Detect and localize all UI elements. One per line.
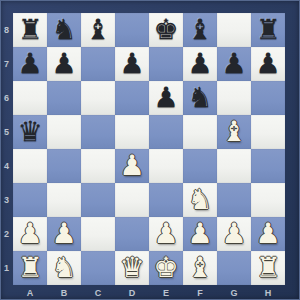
square-h8[interactable]: ♜ [251,13,285,47]
rank-label-8: 8 [0,13,13,47]
piece-white-pawn[interactable]: ♟ [17,217,42,251]
square-d4[interactable]: ♟ [115,149,149,183]
rank-label-7: 7 [0,47,13,81]
square-g8[interactable] [217,13,251,47]
square-c5[interactable] [81,115,115,149]
rank-label-6: 6 [0,81,13,115]
rank-label-4: 4 [0,149,13,183]
square-a5[interactable]: ♛ [13,115,47,149]
square-c1[interactable] [81,251,115,285]
piece-white-rook[interactable]: ♜ [17,251,42,285]
file-label-d: D [115,285,149,300]
rank-label-5: 5 [0,115,13,149]
piece-black-rook[interactable]: ♜ [17,13,42,47]
file-label-h: H [251,285,285,300]
piece-black-knight[interactable]: ♞ [187,81,212,115]
square-f4[interactable] [183,149,217,183]
piece-black-pawn[interactable]: ♟ [153,81,178,115]
square-f2[interactable]: ♟ [183,217,217,251]
piece-white-pawn[interactable]: ♟ [119,149,144,183]
square-h4[interactable] [251,149,285,183]
square-c4[interactable] [81,149,115,183]
piece-white-knight[interactable]: ♞ [187,183,212,217]
square-g5[interactable]: ♝ [217,115,251,149]
rank-label-3: 3 [0,183,13,217]
square-h1[interactable]: ♜ [251,251,285,285]
square-e2[interactable]: ♟ [149,217,183,251]
file-label-e: E [149,285,183,300]
square-c8[interactable]: ♝ [81,13,115,47]
file-label-c: C [81,285,115,300]
piece-black-queen[interactable]: ♛ [17,115,42,149]
piece-black-rook[interactable]: ♜ [255,13,280,47]
square-b8[interactable]: ♞ [47,13,81,47]
square-c7[interactable] [81,47,115,81]
square-f3[interactable]: ♞ [183,183,217,217]
rank-labels: 87654321 [0,13,13,285]
piece-black-king[interactable]: ♚ [153,13,178,47]
piece-white-queen[interactable]: ♛ [119,251,144,285]
square-e8[interactable]: ♚ [149,13,183,47]
square-f5[interactable] [183,115,217,149]
piece-black-pawn[interactable]: ♟ [17,47,42,81]
square-b1[interactable]: ♞ [47,251,81,285]
square-e6[interactable]: ♟ [149,81,183,115]
square-b5[interactable] [47,115,81,149]
piece-black-knight[interactable]: ♞ [51,13,76,47]
square-e1[interactable]: ♚ [149,251,183,285]
square-g4[interactable] [217,149,251,183]
square-a6[interactable] [13,81,47,115]
file-label-g: G [217,285,251,300]
piece-black-pawn[interactable]: ♟ [119,47,144,81]
chess-board[interactable]: ♜♞♝♚♝♜♟♟♟♟♟♟♟♞♛♝♟♞♟♟♟♟♟♟♜♞♛♚♝♜ [13,13,285,285]
square-d2[interactable] [115,217,149,251]
square-g2[interactable]: ♟ [217,217,251,251]
square-f6[interactable]: ♞ [183,81,217,115]
piece-black-pawn[interactable]: ♟ [255,47,280,81]
file-labels: ABCDEFGH [13,285,285,300]
square-h5[interactable] [251,115,285,149]
rank-label-1: 1 [0,251,13,285]
piece-black-pawn[interactable]: ♟ [51,47,76,81]
square-e7[interactable] [149,47,183,81]
piece-white-pawn[interactable]: ♟ [51,217,76,251]
square-b3[interactable] [47,183,81,217]
square-h7[interactable]: ♟ [251,47,285,81]
square-c3[interactable] [81,183,115,217]
piece-black-pawn[interactable]: ♟ [221,47,246,81]
square-d1[interactable]: ♛ [115,251,149,285]
square-g1[interactable] [217,251,251,285]
square-a1[interactable]: ♜ [13,251,47,285]
rank-label-2: 2 [0,217,13,251]
piece-black-pawn[interactable]: ♟ [187,47,212,81]
square-e3[interactable] [149,183,183,217]
file-label-b: B [47,285,81,300]
square-d5[interactable] [115,115,149,149]
piece-white-pawn[interactable]: ♟ [153,217,178,251]
piece-white-knight[interactable]: ♞ [51,251,76,285]
piece-white-rook[interactable]: ♜ [255,251,280,285]
square-c6[interactable] [81,81,115,115]
square-d8[interactable] [115,13,149,47]
square-b7[interactable]: ♟ [47,47,81,81]
square-h6[interactable] [251,81,285,115]
square-a8[interactable]: ♜ [13,13,47,47]
square-h2[interactable]: ♟ [251,217,285,251]
square-c2[interactable] [81,217,115,251]
square-b2[interactable]: ♟ [47,217,81,251]
square-f8[interactable]: ♝ [183,13,217,47]
square-a2[interactable]: ♟ [13,217,47,251]
square-g6[interactable] [217,81,251,115]
square-h3[interactable] [251,183,285,217]
piece-white-bishop[interactable]: ♝ [221,115,246,149]
square-e4[interactable] [149,149,183,183]
piece-white-pawn[interactable]: ♟ [221,217,246,251]
piece-white-pawn[interactable]: ♟ [187,217,212,251]
square-f1[interactable]: ♝ [183,251,217,285]
square-d6[interactable] [115,81,149,115]
square-a4[interactable] [13,149,47,183]
square-f7[interactable]: ♟ [183,47,217,81]
square-a7[interactable]: ♟ [13,47,47,81]
piece-white-bishop[interactable]: ♝ [187,251,212,285]
square-b6[interactable] [47,81,81,115]
file-label-a: A [13,285,47,300]
square-g3[interactable] [217,183,251,217]
square-g7[interactable]: ♟ [217,47,251,81]
square-d7[interactable]: ♟ [115,47,149,81]
square-b4[interactable] [47,149,81,183]
square-d3[interactable] [115,183,149,217]
piece-white-pawn[interactable]: ♟ [255,217,280,251]
chess-board-frame: 87654321 ♜♞♝♚♝♜♟♟♟♟♟♟♟♞♛♝♟♞♟♟♟♟♟♟♜♞♛♚♝♜ … [0,0,300,300]
piece-white-king[interactable]: ♚ [153,251,178,285]
piece-black-bishop[interactable]: ♝ [85,13,110,47]
piece-black-bishop[interactable]: ♝ [187,13,212,47]
square-e5[interactable] [149,115,183,149]
file-label-f: F [183,285,217,300]
square-a3[interactable] [13,183,47,217]
